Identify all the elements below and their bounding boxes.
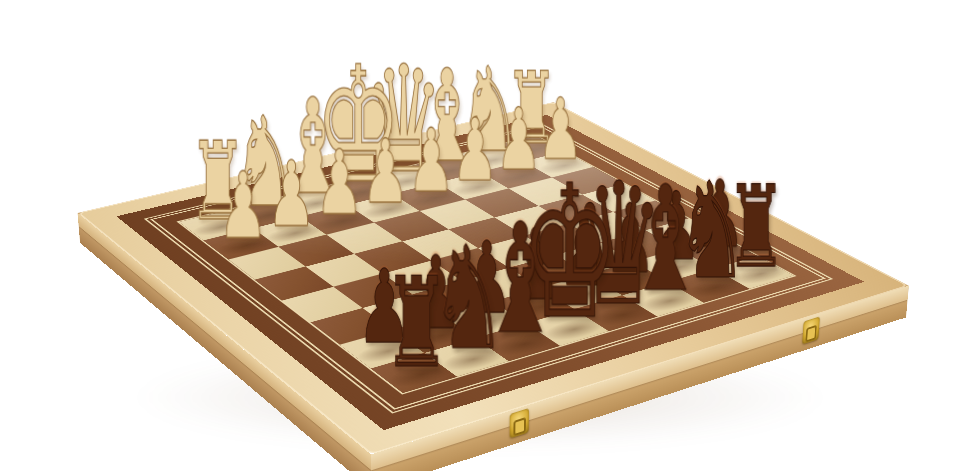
black-rook-glyph: ♜ bbox=[383, 260, 450, 384]
square-h8[interactable]: ♜ bbox=[371, 353, 457, 393]
square-h4[interactable] bbox=[255, 267, 333, 301]
white-pawn-glyph: ♟ bbox=[452, 107, 498, 193]
white-pawn-glyph: ♟ bbox=[362, 128, 410, 216]
white-pawn-glyph: ♟ bbox=[315, 139, 363, 228]
product-photo-scene: ♜♞♝♚♛♝♞♜♟♟♟♟♟♟♟♟♟♟♟♟♟♟♟♟♜♞♝♚♛♝♞♜ bbox=[0, 0, 960, 471]
white-pawn-glyph: ♟ bbox=[407, 118, 454, 205]
white-pawn-glyph: ♟ bbox=[218, 161, 267, 253]
brass-latch-right bbox=[802, 317, 820, 345]
white-pawn-glyph: ♟ bbox=[267, 150, 316, 241]
brass-latch-left bbox=[510, 408, 529, 439]
